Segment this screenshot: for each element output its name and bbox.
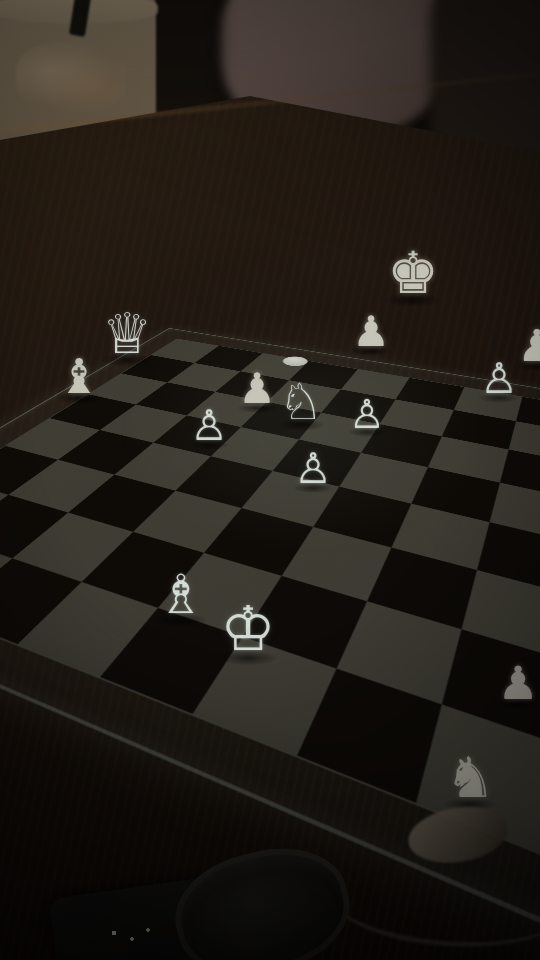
clear-queen-shadow (101, 354, 154, 367)
frosted-bishop: ♝ (57, 352, 100, 400)
camera-buttons (108, 925, 154, 945)
clear-king-shadow (219, 651, 278, 666)
frosted-pawn-shadow (351, 346, 391, 356)
frosted-pawn-shadow (516, 361, 540, 372)
clear-knight: ♘ (279, 377, 324, 427)
clear-knight-shadow (277, 419, 325, 431)
clear-pawn: ♙ (349, 394, 385, 434)
clear-pawn-shadow (189, 440, 229, 450)
clear-pawn-shadow (348, 427, 386, 437)
clear-king: ♔ (220, 598, 276, 660)
frosted-pawn: ♟ (238, 368, 276, 410)
frosted-pawn: ♟ (352, 311, 390, 353)
frosted-pawn-shadow (237, 403, 277, 413)
clear-pawn-shadow (479, 393, 519, 403)
clear-pawn: ♙ (294, 448, 332, 490)
clear-queen: ♕ (102, 306, 152, 362)
clear-pawn: ♙ (480, 358, 518, 400)
clear-bishop: ♗ (157, 568, 205, 622)
clear-pawn-shadow (293, 483, 333, 493)
frosted-king: ♚ (387, 244, 439, 302)
captured-frosted-knight: ♞ (445, 750, 495, 806)
clear-pawn: ♙ (190, 405, 228, 447)
clear-bishop-shadow (156, 614, 207, 627)
frosted-bishop-shadow (56, 392, 102, 404)
captured-frosted-pawn: ♟ (497, 660, 538, 706)
captured-frosted-pawn-shadow (496, 699, 540, 710)
photo-scene: ♚♟♟♟♝♕♘♙♙♙♙♗♔♟♞ (0, 0, 540, 960)
frosted-pawn: ♟ (517, 324, 540, 368)
frosted-king-shadow (386, 293, 441, 307)
